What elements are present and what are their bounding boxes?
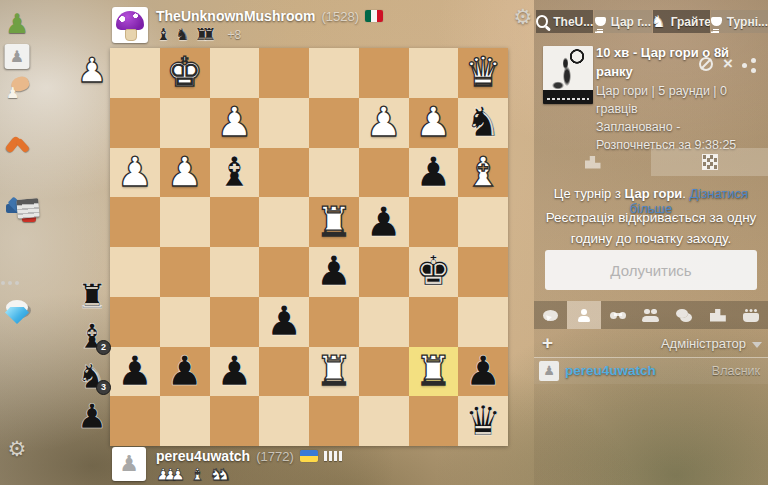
chat-tab-person[interactable] — [567, 301, 600, 329]
captured-bB-icon: ♝ — [156, 27, 170, 43]
piece-wP[interactable]: ♟ — [365, 102, 402, 143]
square-c1[interactable] — [359, 48, 409, 98]
bubble-icon — [543, 310, 558, 321]
square-g5[interactable] — [160, 247, 210, 297]
piece-wK[interactable]: ♚ — [166, 52, 203, 93]
chess-board[interactable]: ♚♛♟♟♟♞♟♟♝♟♝♜♟♟♚♟♟♟♟♜♜♟♛ — [110, 48, 508, 446]
pocket-bB[interactable]: ♝2 — [74, 316, 110, 356]
piece-bP[interactable]: ♟ — [166, 351, 203, 392]
tab-грайте[interactable]: Грайте — [653, 10, 710, 33]
left-dock — [0, 0, 34, 485]
people-icon — [642, 309, 659, 322]
pocket-piece-icon: ♟ — [77, 53, 107, 87]
piece-bP[interactable]: ♟ — [315, 251, 352, 292]
piece-wB[interactable]: ♝ — [465, 152, 502, 193]
square-h6[interactable] — [110, 297, 160, 347]
piece-bP[interactable]: ♟ — [266, 301, 303, 342]
square-b1[interactable] — [409, 48, 459, 98]
square-a8[interactable]: ♛ — [458, 396, 508, 446]
piece-wP[interactable]: ♟ — [216, 102, 253, 143]
variant-name: Цар гори — [624, 186, 682, 201]
registration-note: Реєстрація відкривається за одну годину … — [537, 208, 765, 250]
member-avatar — [539, 361, 559, 381]
captured-wB-icon: ♝ — [190, 467, 204, 483]
square-a4[interactable] — [458, 197, 508, 247]
square-e4[interactable] — [259, 197, 309, 247]
captured-bN-icon: ♞ — [175, 27, 189, 43]
analysis-icon — [536, 15, 548, 28]
top-player-rating: (1528) — [321, 9, 359, 24]
green-pawn-icon[interactable] — [5, 8, 29, 39]
material-advantage: +8 — [227, 28, 241, 42]
bottom-player-name[interactable]: pereu4uwatch — [156, 448, 250, 464]
tournament-status: Заплановано - — [596, 118, 768, 136]
bottom-player-avatar[interactable]: ♟ — [112, 447, 146, 481]
square-g4[interactable] — [160, 197, 210, 247]
square-e6[interactable]: ♟ — [259, 297, 309, 347]
trophy-icon — [711, 17, 722, 26]
user-avatar-icon[interactable] — [5, 44, 30, 69]
piece-bQ[interactable]: ♛ — [465, 401, 502, 442]
square-d3[interactable] — [309, 148, 359, 198]
square-d4[interactable]: ♜ — [309, 197, 359, 247]
square-f6[interactable] — [210, 297, 260, 347]
checkerboard-icon — [703, 155, 717, 169]
chat-tab-theater[interactable] — [735, 301, 768, 329]
square-a3[interactable]: ♝ — [458, 148, 508, 198]
block-icon[interactable] — [699, 57, 713, 71]
square-c8[interactable] — [359, 396, 409, 446]
top-player-avatar[interactable] — [112, 7, 148, 43]
square-c7[interactable] — [359, 347, 409, 397]
square-g2[interactable] — [160, 98, 210, 148]
piece-bN[interactable]: ♞ — [465, 102, 502, 143]
square-e5[interactable] — [259, 247, 309, 297]
tab-label: Турні... — [727, 15, 768, 29]
mexico-flag-icon — [365, 10, 383, 22]
close-icon[interactable]: × — [723, 57, 733, 71]
captured-wN-icon: ♞ — [217, 467, 231, 483]
podium-players-icon — [585, 156, 601, 169]
tournament-details: Цар гори | 5 раунди | 0 гравців — [596, 82, 768, 118]
square-b2[interactable]: ♟ — [409, 98, 459, 148]
chat-tab-bubbles[interactable] — [668, 301, 701, 329]
black-pocket[interactable]: ♜♝2♞3♟ — [74, 276, 110, 436]
tab-label: Грайте — [671, 15, 710, 29]
square-h8[interactable] — [110, 396, 160, 446]
bottom-player-bar: ♟ pereu4uwatch (1772) ♟♟♟♝♞♞ — [112, 447, 512, 485]
top-player-name[interactable]: TheUnknownMushroom — [156, 8, 315, 24]
settings-gear-icon[interactable] — [512, 6, 534, 28]
square-c3[interactable] — [359, 148, 409, 198]
square-d1[interactable] — [309, 48, 359, 98]
hand-pawn-icon[interactable] — [5, 77, 29, 99]
square-e8[interactable] — [259, 396, 309, 446]
tournament-view-tabs — [534, 148, 768, 176]
square-c2[interactable]: ♟ — [359, 98, 409, 148]
theater-icon — [743, 313, 759, 322]
captured-wP-icon: ♟ — [171, 467, 185, 483]
knight-icon — [653, 14, 666, 30]
desktop-background: TheUnknownMushroom (1528) ♝♞♜♜ +8 ♚♛♟♟♟♞… — [0, 0, 768, 485]
square-e2[interactable] — [259, 98, 309, 148]
chat-tab-podium[interactable] — [701, 301, 734, 329]
square-a5[interactable] — [458, 247, 508, 297]
piece-wR[interactable]: ♜ — [315, 202, 352, 243]
piece-bB[interactable]: ♝ — [216, 152, 253, 193]
diamond-icon[interactable] — [5, 307, 29, 324]
square-c4[interactable]: ♟ — [359, 197, 409, 247]
square-f1[interactable] — [210, 48, 260, 98]
chevron-down-icon[interactable] — [752, 342, 762, 348]
news-icon[interactable] — [16, 198, 40, 219]
square-d8[interactable] — [309, 396, 359, 446]
member-name[interactable]: pereu4uwatch — [565, 363, 656, 378]
pocket-piece-icon: ♜ — [77, 279, 107, 313]
square-g6[interactable] — [160, 297, 210, 347]
person-icon — [578, 309, 590, 322]
square-f2[interactable]: ♟ — [210, 98, 260, 148]
square-b5[interactable]: ♚ — [409, 247, 459, 297]
pocket-piece-icon: ♟ — [77, 399, 107, 433]
tab-label: TheU... — [553, 15, 593, 29]
square-a7[interactable]: ♟ — [458, 347, 508, 397]
square-f3[interactable]: ♝ — [210, 148, 260, 198]
admin-row: + Адміністратор — [534, 332, 768, 356]
square-g7[interactable]: ♟ — [160, 347, 210, 397]
admin-dropdown[interactable]: Адміністратор — [661, 336, 746, 351]
piece-bP[interactable]: ♟ — [365, 202, 402, 243]
mushroom-avatar-icon — [116, 10, 144, 40]
orange-app-icon[interactable] — [6, 135, 28, 157]
bottom-captured-pieces: ♟♟♟♝♞♞ — [156, 466, 236, 484]
pawn-avatar-icon: ♟ — [112, 447, 146, 481]
description-text: Це турнір з — [554, 186, 625, 201]
square-e3[interactable] — [259, 148, 309, 198]
description-punct: . — [682, 186, 689, 201]
square-g3[interactable]: ♟ — [160, 148, 210, 198]
square-h7[interactable]: ♟ — [110, 347, 160, 397]
view-tab-checkerboard[interactable] — [651, 148, 768, 176]
top-player-bar: TheUnknownMushroom (1528) ♝♞♜♜ +8 — [112, 7, 512, 45]
member-role: Власник — [712, 364, 760, 378]
tab-царг[interactable]: Цар г... — [594, 10, 651, 33]
pocket-wP[interactable]: ♟ — [74, 50, 110, 90]
tournament-logo[interactable] — [543, 46, 593, 104]
piece-bP[interactable]: ♟ — [216, 351, 253, 392]
tab-турні[interactable]: Турні... — [711, 10, 768, 33]
piece-wQ[interactable]: ♛ — [465, 52, 502, 93]
square-d7[interactable]: ♜ — [309, 347, 359, 397]
ukraine-flag-icon — [300, 450, 318, 462]
square-a6[interactable] — [458, 297, 508, 347]
piece-wR[interactable]: ♜ — [415, 351, 452, 392]
pocket-bP[interactable]: ♟ — [74, 396, 110, 436]
square-h4[interactable] — [110, 197, 160, 247]
square-b7[interactable]: ♜ — [409, 347, 459, 397]
captured-bR-icon: ♜ — [202, 27, 216, 43]
square-a1[interactable]: ♛ — [458, 48, 508, 98]
piece-wR[interactable]: ♜ — [315, 351, 352, 392]
piece-wP[interactable]: ♟ — [166, 152, 203, 193]
piece-wP[interactable]: ♟ — [415, 102, 452, 143]
square-h1[interactable] — [110, 48, 160, 98]
piece-bP[interactable]: ♟ — [415, 152, 452, 193]
bubbles-icon — [676, 309, 688, 318]
tab-label: Цар г... — [611, 15, 651, 29]
chat-tab-binocs[interactable] — [601, 301, 634, 329]
more-dots-icon[interactable] — [1, 281, 5, 285]
chat-tab-people[interactable] — [634, 301, 667, 329]
right-panel: TheU...Цар г...ГрайтеТурні... 10 хв - Ца… — [534, 0, 768, 485]
square-f5[interactable] — [210, 247, 260, 297]
member-row[interactable]: pereu4uwatch Власник — [534, 357, 768, 384]
square-d2[interactable] — [309, 98, 359, 148]
square-d6[interactable] — [309, 297, 359, 347]
square-d5[interactable]: ♟ — [309, 247, 359, 297]
piece-wP[interactable]: ♟ — [116, 152, 153, 193]
square-c5[interactable] — [359, 247, 409, 297]
square-e1[interactable] — [259, 48, 309, 98]
pocket-bR[interactable]: ♜ — [74, 276, 110, 316]
square-c6[interactable] — [359, 297, 409, 347]
pocket-count-badge: 3 — [96, 380, 111, 395]
square-b3[interactable]: ♟ — [409, 148, 459, 198]
piece-bP[interactable]: ♟ — [116, 351, 153, 392]
top-captured-pieces: ♝♞♜♜ +8 — [156, 26, 241, 44]
square-f4[interactable] — [210, 197, 260, 247]
white-pocket[interactable]: ♟ — [74, 50, 110, 90]
square-e7[interactable] — [259, 347, 309, 397]
square-b4[interactable] — [409, 197, 459, 247]
chat-tab-bubble[interactable] — [534, 301, 567, 329]
square-b8[interactable] — [409, 396, 459, 446]
piece-bK[interactable]: ♚ — [415, 251, 452, 292]
panel-tab-bar: TheU...Цар г...ГрайтеТурні... — [536, 10, 768, 33]
square-h5[interactable] — [110, 247, 160, 297]
square-g1[interactable]: ♚ — [160, 48, 210, 98]
trophy-icon — [595, 17, 606, 26]
view-tab-podium-players[interactable] — [534, 148, 651, 176]
pocket-bN[interactable]: ♞3 — [74, 356, 110, 396]
binocs-icon — [610, 312, 617, 319]
square-f7[interactable]: ♟ — [210, 347, 260, 397]
square-b6[interactable] — [409, 297, 459, 347]
add-member-button[interactable]: + — [542, 332, 553, 354]
bottom-player-rating: (1772) — [256, 449, 294, 464]
piece-bP[interactable]: ♟ — [465, 351, 502, 392]
chat-tab-bar — [534, 301, 768, 329]
square-f8[interactable] — [210, 396, 260, 446]
podium-icon — [710, 309, 726, 322]
square-g8[interactable] — [160, 396, 210, 446]
square-a2[interactable]: ♞ — [458, 98, 508, 148]
gear-icon[interactable] — [8, 437, 27, 461]
pocket-count-badge: 2 — [96, 340, 111, 355]
square-h2[interactable] — [110, 98, 160, 148]
square-h3[interactable]: ♟ — [110, 148, 160, 198]
tab-theu[interactable]: TheU... — [536, 10, 593, 33]
share-icon[interactable] — [751, 58, 756, 63]
signal-bars-icon — [324, 451, 342, 461]
join-button[interactable]: Долучитись — [545, 250, 757, 290]
